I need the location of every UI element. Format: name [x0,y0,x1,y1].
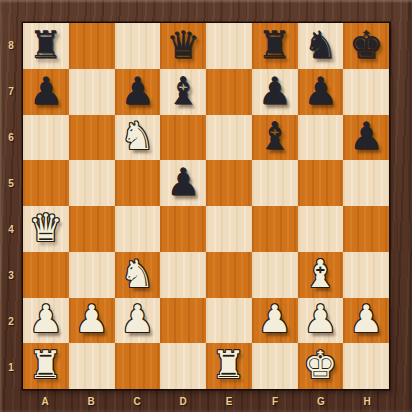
square-b3[interactable] [69,252,115,298]
square-e7[interactable] [206,69,252,115]
square-h5[interactable] [343,160,389,206]
file-label-d: D [160,390,206,412]
square-b4[interactable] [69,206,115,252]
square-g8[interactable]: ♞ [298,23,344,69]
square-f2[interactable]: ♟ [252,298,298,344]
piece-black-knight[interactable]: ♞ [303,26,337,64]
square-h4[interactable] [343,206,389,252]
square-g2[interactable]: ♟ [298,298,344,344]
rank-label-4: 4 [0,206,22,252]
square-g4[interactable] [298,206,344,252]
square-h6[interactable]: ♟ [343,115,389,161]
square-h8[interactable]: ♚ [343,23,389,69]
square-b1[interactable] [69,343,115,389]
square-d2[interactable] [160,298,206,344]
square-g7[interactable]: ♟ [298,69,344,115]
square-d7[interactable]: ♝ [160,69,206,115]
piece-white-pawn[interactable]: ♟ [258,300,292,338]
piece-black-pawn[interactable]: ♟ [349,117,383,155]
square-a1[interactable]: ♜ [23,343,69,389]
square-e5[interactable] [206,160,252,206]
piece-black-pawn[interactable]: ♟ [120,72,154,110]
square-g1[interactable]: ♚ [298,343,344,389]
piece-white-knight[interactable]: ♞ [120,255,154,293]
square-f5[interactable] [252,160,298,206]
square-a3[interactable] [23,252,69,298]
piece-white-king[interactable]: ♚ [303,346,337,384]
piece-white-pawn[interactable]: ♟ [29,300,63,338]
square-b8[interactable] [69,23,115,69]
square-e4[interactable] [206,206,252,252]
square-b7[interactable] [69,69,115,115]
square-h2[interactable]: ♟ [343,298,389,344]
square-e6[interactable] [206,115,252,161]
square-h7[interactable] [343,69,389,115]
square-f6[interactable]: ♝ [252,115,298,161]
rank-labels: 87654321 [0,22,22,390]
square-c7[interactable]: ♟ [115,69,161,115]
square-f8[interactable]: ♜ [252,23,298,69]
file-labels: ABCDEFGH [22,390,390,412]
piece-black-pawn[interactable]: ♟ [166,163,200,201]
piece-white-pawn[interactable]: ♟ [303,300,337,338]
square-d8[interactable]: ♛ [160,23,206,69]
piece-white-bishop[interactable]: ♝ [303,255,337,293]
rank-label-3: 3 [0,252,22,298]
square-g3[interactable]: ♝ [298,252,344,298]
piece-black-queen[interactable]: ♛ [166,26,200,64]
square-d5[interactable]: ♟ [160,160,206,206]
square-b5[interactable] [69,160,115,206]
rank-label-2: 2 [0,298,22,344]
rank-label-6: 6 [0,114,22,160]
piece-black-rook[interactable]: ♜ [29,26,63,64]
file-label-c: C [114,390,160,412]
piece-black-king[interactable]: ♚ [349,26,383,64]
file-label-g: G [298,390,344,412]
square-h3[interactable] [343,252,389,298]
square-a7[interactable]: ♟ [23,69,69,115]
square-d4[interactable] [160,206,206,252]
square-d1[interactable] [160,343,206,389]
square-e1[interactable]: ♜ [206,343,252,389]
piece-white-queen[interactable]: ♛ [29,209,63,247]
piece-black-pawn[interactable]: ♟ [303,72,337,110]
square-b6[interactable] [69,115,115,161]
rank-label-5: 5 [0,160,22,206]
square-f3[interactable] [252,252,298,298]
piece-black-pawn[interactable]: ♟ [258,72,292,110]
piece-black-bishop[interactable]: ♝ [258,117,292,155]
square-g6[interactable] [298,115,344,161]
square-e2[interactable] [206,298,252,344]
piece-white-knight[interactable]: ♞ [120,117,154,155]
square-a5[interactable] [23,160,69,206]
square-d3[interactable] [160,252,206,298]
square-a8[interactable]: ♜ [23,23,69,69]
square-f4[interactable] [252,206,298,252]
rank-label-1: 1 [0,344,22,390]
file-label-a: A [22,390,68,412]
square-a6[interactable] [23,115,69,161]
square-c5[interactable] [115,160,161,206]
square-c6[interactable]: ♞ [115,115,161,161]
square-e3[interactable] [206,252,252,298]
square-b2[interactable]: ♟ [69,298,115,344]
piece-white-pawn[interactable]: ♟ [75,300,109,338]
square-e8[interactable] [206,23,252,69]
square-c2[interactable]: ♟ [115,298,161,344]
chess-board: ♜♛♜♞♚♟♟♝♟♟♞♝♟♟♛♞♝♟♟♟♟♟♟♜♜♚ [22,22,390,390]
square-f7[interactable]: ♟ [252,69,298,115]
square-c1[interactable] [115,343,161,389]
square-a4[interactable]: ♛ [23,206,69,252]
piece-black-bishop[interactable]: ♝ [166,72,200,110]
piece-white-rook[interactable]: ♜ [29,346,63,384]
file-label-h: H [344,390,390,412]
chess-board-frame: ♜♛♜♞♚♟♟♝♟♟♞♝♟♟♛♞♝♟♟♟♟♟♟♜♜♚ 87654321 ABCD… [0,0,412,412]
file-label-e: E [206,390,252,412]
piece-white-pawn[interactable]: ♟ [120,300,154,338]
rank-label-8: 8 [0,22,22,68]
rank-label-7: 7 [0,68,22,114]
file-label-b: B [68,390,114,412]
square-f1[interactable] [252,343,298,389]
square-c3[interactable]: ♞ [115,252,161,298]
square-h1[interactable] [343,343,389,389]
file-label-f: F [252,390,298,412]
square-c8[interactable] [115,23,161,69]
square-g5[interactable] [298,160,344,206]
piece-black-rook[interactable]: ♜ [258,26,292,64]
square-a2[interactable]: ♟ [23,298,69,344]
square-c4[interactable] [115,206,161,252]
piece-white-pawn[interactable]: ♟ [349,300,383,338]
piece-white-rook[interactable]: ♜ [212,346,246,384]
piece-black-pawn[interactable]: ♟ [29,72,63,110]
square-d6[interactable] [160,115,206,161]
